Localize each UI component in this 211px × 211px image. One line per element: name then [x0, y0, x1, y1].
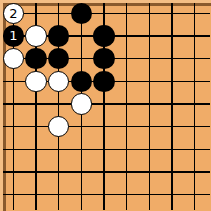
grid-hline [3, 149, 210, 150]
grid-vline [126, 3, 127, 210]
white-stone[interactable] [71, 93, 93, 115]
white-stone[interactable] [25, 25, 47, 47]
black-stone[interactable] [93, 25, 115, 47]
grid-vline [194, 3, 195, 210]
move-number-label: 2 [9, 7, 17, 20]
black-stone[interactable] [71, 71, 93, 93]
move-number-label: 1 [9, 29, 17, 42]
grid-hline [3, 194, 210, 195]
white-stone[interactable] [25, 71, 47, 93]
grid-hline [3, 171, 210, 172]
grid-vline [149, 3, 150, 210]
black-stone[interactable] [93, 48, 115, 70]
black-stone[interactable] [93, 71, 115, 93]
grid-hline [3, 13, 210, 14]
grid-vline [171, 3, 172, 210]
black-stone[interactable] [71, 3, 93, 25]
grid-hline [3, 103, 210, 104]
go-diagram: 21 [0, 0, 211, 211]
grid-hline [3, 126, 210, 127]
black-stone[interactable]: 1 [3, 25, 25, 47]
white-stone[interactable]: 2 [3, 3, 25, 25]
board-edge-top [3, 3, 211, 6]
black-stone[interactable] [48, 25, 70, 47]
black-stone[interactable] [25, 48, 47, 70]
